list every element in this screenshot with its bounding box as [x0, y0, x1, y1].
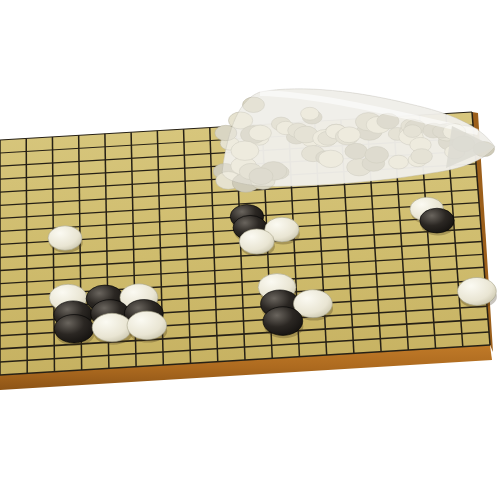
white-stone[interactable] [127, 311, 167, 339]
black-stone[interactable] [54, 314, 94, 342]
go-set-scene [0, 0, 500, 500]
black-stone[interactable] [263, 307, 303, 336]
white-stone[interactable] [239, 229, 274, 254]
photo-canvas [0, 0, 500, 500]
black-stone[interactable] [420, 208, 454, 233]
white-stone[interactable] [458, 277, 497, 305]
white-stone[interactable] [92, 313, 132, 341]
white-stone[interactable] [48, 226, 82, 251]
